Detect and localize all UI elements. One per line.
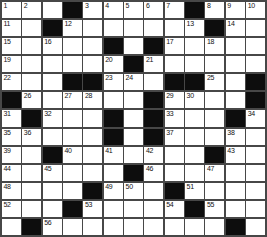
cell-r13c5[interactable] <box>83 219 102 235</box>
cell-r6c9[interactable]: 29 <box>165 92 184 108</box>
cell-r13c8[interactable] <box>144 219 163 235</box>
clue-number-31: 31 <box>4 110 11 118</box>
cell-r8c10[interactable] <box>185 129 204 145</box>
cell-r8c1[interactable]: 35 <box>2 129 21 145</box>
cell-r6c11[interactable] <box>205 92 224 108</box>
cell-r7c5[interactable] <box>83 110 102 126</box>
clue-number-39: 39 <box>4 147 11 155</box>
cell-r4c2[interactable] <box>22 56 41 72</box>
cell-r1c11[interactable]: 8 <box>205 2 224 18</box>
cell-r10c9[interactable] <box>165 165 184 181</box>
cell-r13c7[interactable] <box>124 219 143 235</box>
cell-r9c6[interactable]: 41 <box>104 147 123 163</box>
black-cell-r8c8 <box>144 129 163 145</box>
cell-r6c6[interactable] <box>104 92 123 108</box>
cell-r8c2[interactable]: 36 <box>22 129 41 145</box>
cell-r10c4[interactable] <box>63 165 82 181</box>
cell-r9c12[interactable]: 43 <box>226 147 245 163</box>
cell-r3c10[interactable] <box>185 38 204 54</box>
cell-r4c10[interactable] <box>185 56 204 72</box>
cell-r3c9[interactable]: 17 <box>165 38 184 54</box>
cell-r4c8[interactable]: 21 <box>144 56 163 72</box>
clue-number-37: 37 <box>166 129 173 137</box>
black-cell-r13c2 <box>22 219 41 235</box>
cell-r11c13[interactable] <box>246 183 265 199</box>
black-cell-r5c10 <box>185 74 204 90</box>
clue-number-40: 40 <box>65 147 72 155</box>
black-cell-r2c11 <box>205 20 224 36</box>
cell-r10c3[interactable]: 45 <box>43 165 62 181</box>
cell-r8c5[interactable] <box>83 129 102 145</box>
cell-r3c13[interactable] <box>246 38 265 54</box>
cell-r9c5[interactable] <box>83 147 102 163</box>
cell-r5c3[interactable] <box>43 74 62 90</box>
cell-r13c11[interactable] <box>205 219 224 235</box>
cell-r6c2[interactable]: 26 <box>22 92 41 108</box>
cell-r2c13[interactable] <box>246 20 265 36</box>
cell-r10c8[interactable]: 46 <box>144 165 163 181</box>
cell-r3c12[interactable] <box>226 38 245 54</box>
cell-r1c12[interactable]: 9 <box>226 2 245 18</box>
cell-r5c11[interactable]: 25 <box>205 74 224 90</box>
cell-r12c7[interactable] <box>124 201 143 217</box>
clue-number-6: 6 <box>146 2 150 10</box>
cell-r9c13[interactable] <box>246 147 265 163</box>
black-cell-r12c10 <box>185 201 204 217</box>
black-cell-r3c6 <box>104 38 123 54</box>
cell-r13c10[interactable] <box>185 219 204 235</box>
cell-r12c3[interactable] <box>43 201 62 217</box>
clue-number-22: 22 <box>4 74 11 82</box>
cell-r10c1[interactable]: 44 <box>2 165 21 181</box>
clue-number-30: 30 <box>187 92 194 100</box>
cell-r9c1[interactable]: 39 <box>2 147 21 163</box>
cell-r2c12[interactable]: 14 <box>226 20 245 36</box>
clue-number-10: 10 <box>248 2 255 10</box>
cell-r3c5[interactable] <box>83 38 102 54</box>
black-cell-r9c3 <box>43 147 62 163</box>
cell-r4c4[interactable] <box>63 56 82 72</box>
clue-number-46: 46 <box>146 165 153 173</box>
cell-r12c13[interactable] <box>246 201 265 217</box>
cell-r8c11[interactable] <box>205 129 224 145</box>
cell-r12c8[interactable] <box>144 201 163 217</box>
cell-r6c7[interactable] <box>124 92 143 108</box>
cell-r13c13[interactable] <box>246 219 265 235</box>
cell-r11c1[interactable]: 48 <box>2 183 21 199</box>
cell-r6c10[interactable]: 30 <box>185 92 204 108</box>
cell-r12c5[interactable]: 53 <box>83 201 102 217</box>
cell-r1c3[interactable] <box>43 2 62 18</box>
clue-number-49: 49 <box>105 183 112 191</box>
black-cell-r11c5 <box>83 183 102 199</box>
cell-r7c11[interactable] <box>205 110 224 126</box>
cell-r11c6[interactable]: 49 <box>104 183 123 199</box>
cell-r1c13[interactable]: 10 <box>246 2 265 18</box>
cell-r7c10[interactable] <box>185 110 204 126</box>
cell-r9c9[interactable] <box>165 147 184 163</box>
black-cell-r3c8 <box>144 38 163 54</box>
clue-number-47: 47 <box>207 165 214 173</box>
cell-r12c1[interactable]: 52 <box>2 201 21 217</box>
clue-number-55: 55 <box>207 201 214 209</box>
clue-number-7: 7 <box>166 2 170 10</box>
black-cell-r7c2 <box>22 110 41 126</box>
cell-r2c7[interactable] <box>124 20 143 36</box>
clue-number-56: 56 <box>44 219 51 227</box>
clue-number-13: 13 <box>187 20 194 28</box>
cell-r3c1[interactable]: 15 <box>2 38 21 54</box>
cell-r7c9[interactable]: 33 <box>165 110 184 126</box>
cell-r4c11[interactable] <box>205 56 224 72</box>
black-cell-r2c3 <box>43 20 62 36</box>
clue-number-35: 35 <box>4 129 11 137</box>
cell-r2c10[interactable]: 13 <box>185 20 204 36</box>
cell-r9c4[interactable]: 40 <box>63 147 82 163</box>
clue-number-44: 44 <box>4 165 11 173</box>
clue-number-51: 51 <box>187 183 194 191</box>
cell-r6c3[interactable] <box>43 92 62 108</box>
black-cell-r10c7 <box>124 165 143 181</box>
cell-r7c7[interactable] <box>124 110 143 126</box>
clue-number-21: 21 <box>146 56 153 64</box>
clue-number-27: 27 <box>65 92 72 100</box>
black-cell-r8c6 <box>104 129 123 145</box>
clue-number-34: 34 <box>248 110 255 118</box>
black-cell-r5c13 <box>246 74 265 90</box>
cell-r7c4[interactable] <box>63 110 82 126</box>
clue-number-4: 4 <box>105 2 109 10</box>
black-cell-r6c8 <box>144 92 163 108</box>
clue-number-20: 20 <box>105 56 112 64</box>
cell-r4c6[interactable]: 20 <box>104 56 123 72</box>
cell-r8c13[interactable] <box>246 129 265 145</box>
cell-r5c1[interactable]: 22 <box>2 74 21 90</box>
clue-number-14: 14 <box>227 20 234 28</box>
clue-number-42: 42 <box>146 147 153 155</box>
cell-r5c12[interactable] <box>226 74 245 90</box>
cell-r7c1[interactable]: 31 <box>2 110 21 126</box>
cell-r11c10[interactable]: 51 <box>185 183 204 199</box>
cell-r13c4[interactable] <box>63 219 82 235</box>
clue-number-25: 25 <box>207 74 214 82</box>
cell-r3c3[interactable]: 16 <box>43 38 62 54</box>
clue-number-29: 29 <box>166 92 173 100</box>
clue-number-3: 3 <box>85 2 89 10</box>
black-cell-r6c13 <box>246 92 265 108</box>
cell-r11c12[interactable] <box>226 183 245 199</box>
clue-number-36: 36 <box>24 129 31 137</box>
cell-r5c2[interactable] <box>22 74 41 90</box>
cell-r2c1[interactable]: 11 <box>2 20 21 36</box>
cell-r4c3[interactable] <box>43 56 62 72</box>
cell-r10c2[interactable] <box>22 165 41 181</box>
cell-r12c9[interactable]: 54 <box>165 201 184 217</box>
clue-number-32: 32 <box>44 110 51 118</box>
cell-r11c8[interactable] <box>144 183 163 199</box>
black-cell-r7c12 <box>226 110 245 126</box>
cell-r10c11[interactable]: 47 <box>205 165 224 181</box>
black-cell-r7c8 <box>144 110 163 126</box>
cell-r9c7[interactable] <box>124 147 143 163</box>
clue-number-41: 41 <box>105 147 112 155</box>
cell-r7c3[interactable]: 32 <box>43 110 62 126</box>
crossword-grid: 1234567891011121314151617181920212223242… <box>0 0 267 237</box>
cell-r4c1[interactable]: 19 <box>2 56 21 72</box>
cell-r2c9[interactable] <box>165 20 184 36</box>
cell-r3c2[interactable] <box>22 38 41 54</box>
cell-r5c6[interactable]: 23 <box>104 74 123 90</box>
cell-r12c2[interactable] <box>22 201 41 217</box>
cell-r4c5[interactable] <box>83 56 102 72</box>
cell-r2c6[interactable] <box>104 20 123 36</box>
cell-r4c12[interactable] <box>226 56 245 72</box>
cell-r8c4[interactable] <box>63 129 82 145</box>
cell-r6c5[interactable]: 28 <box>83 92 102 108</box>
cell-r9c8[interactable]: 42 <box>144 147 163 163</box>
black-cell-r9c11 <box>205 147 224 163</box>
clue-number-16: 16 <box>44 38 51 46</box>
cell-r8c7[interactable] <box>124 129 143 145</box>
clue-number-2: 2 <box>24 2 28 10</box>
cell-r8c12[interactable]: 38 <box>226 129 245 145</box>
cell-r9c2[interactable] <box>22 147 41 163</box>
black-cell-r5c9 <box>165 74 184 90</box>
black-cell-r4c7 <box>124 56 143 72</box>
clue-number-8: 8 <box>207 2 211 10</box>
cell-r12c11[interactable]: 55 <box>205 201 224 217</box>
clue-number-43: 43 <box>227 147 234 155</box>
clue-number-28: 28 <box>85 92 92 100</box>
cell-r11c11[interactable] <box>205 183 224 199</box>
black-cell-r7c6 <box>104 110 123 126</box>
black-cell-r1c10 <box>185 2 204 18</box>
black-cell-r5c5 <box>83 74 102 90</box>
clue-number-5: 5 <box>126 2 130 10</box>
cell-r5c7[interactable]: 24 <box>124 74 143 90</box>
cell-r11c3[interactable] <box>43 183 62 199</box>
black-cell-r5c4 <box>63 74 82 90</box>
cell-r10c12[interactable] <box>226 165 245 181</box>
black-cell-r6c1 <box>2 92 21 108</box>
cell-r1c1[interactable]: 1 <box>2 2 21 18</box>
black-cell-r11c9 <box>165 183 184 199</box>
cell-r1c7[interactable]: 5 <box>124 2 143 18</box>
cell-r5c8[interactable] <box>144 74 163 90</box>
cell-r2c2[interactable] <box>22 20 41 36</box>
clue-number-12: 12 <box>65 20 72 28</box>
cell-r13c9[interactable] <box>165 219 184 235</box>
cell-r2c8[interactable] <box>144 20 163 36</box>
cell-r3c4[interactable] <box>63 38 82 54</box>
cell-r6c4[interactable]: 27 <box>63 92 82 108</box>
cell-r11c4[interactable] <box>63 183 82 199</box>
cell-r1c2[interactable]: 2 <box>22 2 41 18</box>
clue-number-9: 9 <box>227 2 231 10</box>
cell-r10c10[interactable] <box>185 165 204 181</box>
clue-number-54: 54 <box>166 201 173 209</box>
cell-r8c3[interactable] <box>43 129 62 145</box>
clue-number-24: 24 <box>126 74 133 82</box>
black-cell-r1c4 <box>63 2 82 18</box>
cell-r13c3[interactable]: 56 <box>43 219 62 235</box>
cell-r2c5[interactable] <box>83 20 102 36</box>
clue-number-18: 18 <box>207 38 214 46</box>
cell-r1c5[interactable]: 3 <box>83 2 102 18</box>
clue-number-19: 19 <box>4 56 11 64</box>
cell-r6c12[interactable] <box>226 92 245 108</box>
cell-r2c4[interactable]: 12 <box>63 20 82 36</box>
black-cell-r13c12 <box>226 219 245 235</box>
cell-r11c2[interactable] <box>22 183 41 199</box>
clue-number-50: 50 <box>126 183 133 191</box>
cell-r3c11[interactable]: 18 <box>205 38 224 54</box>
cell-r12c6[interactable] <box>104 201 123 217</box>
cell-r13c1[interactable] <box>2 219 21 235</box>
cell-r3c7[interactable] <box>124 38 143 54</box>
cell-r13c6[interactable] <box>104 219 123 235</box>
clue-number-1: 1 <box>4 2 8 10</box>
cell-r10c6[interactable] <box>104 165 123 181</box>
cell-r12c12[interactable] <box>226 201 245 217</box>
cell-r7c13[interactable]: 34 <box>246 110 265 126</box>
clue-number-38: 38 <box>227 129 234 137</box>
cell-r1c8[interactable]: 6 <box>144 2 163 18</box>
crossword-board: 1234567891011121314151617181920212223242… <box>0 0 267 237</box>
clue-number-15: 15 <box>4 38 11 46</box>
clue-number-48: 48 <box>4 183 11 191</box>
black-cell-r12c4 <box>63 201 82 217</box>
clue-number-26: 26 <box>24 92 31 100</box>
cell-r1c9[interactable]: 7 <box>165 2 184 18</box>
clue-number-52: 52 <box>4 201 11 209</box>
clue-number-53: 53 <box>85 201 92 209</box>
cell-r4c9[interactable] <box>165 56 184 72</box>
clue-number-33: 33 <box>166 110 173 118</box>
cell-r10c5[interactable] <box>83 165 102 181</box>
cell-r8c9[interactable]: 37 <box>165 129 184 145</box>
cell-r4c13[interactable] <box>246 56 265 72</box>
cell-r11c7[interactable]: 50 <box>124 183 143 199</box>
clue-number-23: 23 <box>105 74 112 82</box>
cell-r9c10[interactable] <box>185 147 204 163</box>
cell-r10c13[interactable] <box>246 165 265 181</box>
clue-number-17: 17 <box>166 38 173 46</box>
clue-number-11: 11 <box>4 20 11 28</box>
clue-number-45: 45 <box>44 165 51 173</box>
cell-r1c6[interactable]: 4 <box>104 2 123 18</box>
